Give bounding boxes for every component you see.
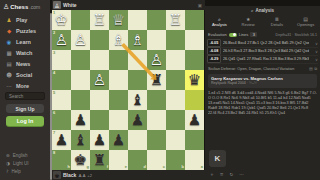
- square-b4[interactable]: [166, 70, 185, 90]
- evaluation-toggle[interactable]: [229, 33, 237, 37]
- magnifier-icon: ⌕: [251, 8, 254, 13]
- sidebar-item-label: News: [16, 61, 30, 67]
- white-r-piece[interactable]: ♖: [93, 11, 106, 29]
- square-e1[interactable]: ♕: [109, 10, 128, 30]
- square-d5[interactable]: ♝: [128, 90, 147, 110]
- rank-label: 8: [53, 151, 55, 155]
- square-f7[interactable]: ♟: [90, 130, 109, 150]
- file-label: d: [144, 165, 146, 169]
- black-b-piece[interactable]: ♝: [74, 131, 87, 149]
- sidebar-item-play[interactable]: ♟ Play: [0, 14, 50, 25]
- chevron-down-icon[interactable]: ∨: [315, 49, 318, 54]
- square-d1[interactable]: [128, 10, 147, 30]
- black-p-piece[interactable]: ♟: [131, 111, 144, 129]
- square-e8[interactable]: e: [109, 150, 128, 170]
- line-moves: 26.Bxc4 Bxc4 27.Bc1 Qc2 28.Qe4 Bd5 29.Qe…: [223, 41, 309, 45]
- tab-label: Review: [242, 23, 255, 27]
- white-player-name: White: [63, 2, 77, 8]
- tab-openings[interactable]: ▤ Openings: [291, 15, 320, 29]
- square-h5[interactable]: 5: [52, 90, 71, 110]
- black-r-piece[interactable]: ♜: [150, 71, 163, 89]
- file-label: h: [68, 165, 70, 169]
- square-d7[interactable]: [128, 130, 147, 150]
- white-q-piece[interactable]: ♕: [112, 11, 125, 29]
- square-d8[interactable]: d: [128, 150, 147, 170]
- opening-name-row[interactable]: Sicilian Defense: Open, Dragon, Classica…: [208, 65, 317, 72]
- top-player-bar: ♙ White ▣: [52, 0, 205, 10]
- file-label: a: [201, 165, 203, 169]
- square-h6[interactable]: 6: [52, 110, 71, 130]
- square-d3[interactable]: [128, 50, 147, 70]
- sidebar-item-label: Puzzles: [16, 28, 36, 34]
- help-link[interactable]: ? Help: [6, 168, 21, 175]
- file-label: g: [87, 165, 89, 169]
- chess-board: ♔1♖♕♖♙2♙♗♗3♙4♙♜♛5♝6♟♟♟♟7♝♟♟8h♚g♜fedcba: [52, 10, 204, 170]
- log-in-label: Log In: [17, 118, 34, 124]
- black-player-avatar[interactable]: ♚: [53, 171, 61, 179]
- black-p-piece[interactable]: ♟: [74, 111, 87, 129]
- black-r-piece[interactable]: ♜: [93, 151, 106, 169]
- square-g7[interactable]: ♝: [71, 130, 90, 150]
- tab-label: Details: [271, 23, 283, 27]
- sidebar-item-label: More: [16, 83, 29, 89]
- engine-info[interactable]: Depth=31 · Stockfish 16.1: [276, 33, 317, 37]
- eval-badge: -6.05: [207, 39, 221, 47]
- more-icon: ⋯: [6, 83, 12, 89]
- square-b8[interactable]: b: [166, 150, 185, 170]
- keyboard-shortcut-button[interactable]: K: [209, 150, 226, 167]
- white-p-piece[interactable]: ♙: [150, 51, 163, 69]
- watch-icon: ▦: [6, 50, 12, 56]
- language-label: English: [13, 153, 28, 158]
- reset-icon[interactable]: ↻: [230, 172, 234, 177]
- square-e2[interactable]: ♗: [109, 30, 128, 50]
- square-b6[interactable]: [166, 110, 185, 130]
- sidebar-item-label: Watch: [16, 50, 32, 56]
- tab-analysis[interactable]: ⌕ Analysis: [205, 15, 234, 29]
- line-moves: 26.h3 Rxc3 27.Bxc3 Bxc3 28.Qe3 Bd4 29.Qd…: [223, 49, 309, 53]
- chess-com-app: ♙ Chess .com ♟ Play ◆ Puzzles ◉ Learn ▦ …: [0, 0, 320, 180]
- sidebar-item-learn[interactable]: ◉ Learn: [0, 36, 50, 47]
- engine-line-3[interactable]: -6.29 26.Qd1 Qxd1 27.Rfxd1 Rxc3 28.Bxc3 …: [207, 55, 318, 64]
- rank-label: 3: [53, 51, 55, 55]
- line-moves: 26.Qd1 Qxd1 27.Rfxd1 Rxc3 28.Bxc3 Bxc3 2…: [223, 57, 309, 61]
- sign-up-button[interactable]: Sign Up: [6, 104, 44, 113]
- search-placeholder: Search: [9, 94, 23, 99]
- opening-name: Sicilian Defense: Open, Dragon, Classica…: [208, 67, 304, 71]
- square-g8[interactable]: ♚g: [71, 150, 90, 170]
- move-list[interactable]: 1.e4 c5 2.Nf3 d6 3.d4 cxd4 4.Nxd4 Nf6 5.…: [208, 91, 317, 133]
- white-b-piece[interactable]: ♗: [131, 31, 144, 49]
- logo-text: Chess: [10, 4, 28, 10]
- more-icon[interactable]: ⋯: [239, 172, 244, 177]
- black-player-name: Black: [63, 172, 76, 178]
- eval-badge: -6.29: [207, 55, 221, 63]
- file-label: c: [163, 165, 165, 169]
- bottom-player-bar: ♚ Black ♙ ♙ +2: [52, 170, 205, 180]
- evaluation-label: Evaluation: [208, 32, 227, 37]
- globe-icon: ⊕: [6, 153, 10, 158]
- logo-suffix: .com: [29, 4, 40, 10]
- white-k-piece[interactable]: ♔: [55, 11, 68, 29]
- pawn-icon: ♟: [6, 17, 12, 23]
- square-a4[interactable]: ♛: [185, 70, 204, 90]
- square-b7[interactable]: [166, 130, 185, 150]
- square-e5[interactable]: [109, 90, 128, 110]
- white-p-piece[interactable]: ♙: [93, 71, 106, 89]
- reference-game-event: Reykjavik Rapid 2004 · ½–½: [211, 81, 314, 86]
- social-icon: ☻: [6, 72, 12, 78]
- reference-game-card[interactable]: Garry Kasparov vs. Magnus Carlsen Reykja…: [208, 74, 317, 88]
- square-d2[interactable]: ♗: [128, 30, 147, 50]
- square-h8[interactable]: 8h: [52, 150, 71, 170]
- rank-label: 5: [53, 91, 55, 95]
- square-f6[interactable]: [90, 110, 109, 130]
- square-a6[interactable]: ♟: [185, 110, 204, 130]
- sidebar-item-watch[interactable]: ▦ Watch: [0, 47, 50, 58]
- file-label: e: [125, 165, 127, 169]
- news-icon: ▤: [6, 61, 12, 67]
- square-c4[interactable]: ♜: [147, 70, 166, 90]
- logo-pawn-icon: ♙: [3, 3, 9, 11]
- square-b3[interactable]: [166, 50, 185, 70]
- panel-toolbar: + ≡ ↻ ⋯: [210, 170, 315, 178]
- lines-label: Lines: [239, 32, 249, 37]
- square-a8[interactable]: a: [185, 150, 204, 170]
- square-h4[interactable]: 4: [52, 70, 71, 90]
- square-c1[interactable]: [147, 10, 166, 30]
- square-f4[interactable]: ♙: [90, 70, 109, 90]
- rank-label: 1: [53, 11, 55, 15]
- square-c5[interactable]: [147, 90, 166, 110]
- theme-label: Light UI: [13, 161, 29, 166]
- black-p-piece[interactable]: ♟: [93, 131, 106, 149]
- square-h2[interactable]: ♙2: [52, 30, 71, 50]
- board-options-icon[interactable]: ▣: [198, 3, 202, 8]
- sidebar: ♙ Chess .com ♟ Play ◆ Puzzles ◉ Learn ▦ …: [0, 0, 50, 180]
- rank-label: 4: [53, 71, 55, 75]
- chess-com-logo[interactable]: ♙ Chess .com: [3, 2, 40, 11]
- square-a7[interactable]: [185, 130, 204, 150]
- sidebar-item-social[interactable]: ☻ Social: [0, 69, 50, 80]
- square-e7[interactable]: ♟: [109, 130, 128, 150]
- square-h1[interactable]: ♔1: [52, 10, 71, 30]
- learn-icon: ◉: [6, 39, 12, 45]
- sign-up-label: Sign Up: [16, 106, 35, 112]
- rank-label: 2: [53, 31, 55, 35]
- black-b-piece[interactable]: ♝: [131, 91, 144, 109]
- square-e3[interactable]: [109, 50, 128, 70]
- square-c8[interactable]: c: [147, 150, 166, 170]
- white-p-piece[interactable]: ♙: [74, 31, 87, 49]
- square-g3[interactable]: [71, 50, 90, 70]
- puzzle-icon: ◆: [6, 28, 12, 34]
- lines-count[interactable]: 3: [250, 32, 257, 37]
- tab-review[interactable]: ★ Review: [234, 15, 263, 29]
- square-g5[interactable]: [71, 90, 90, 110]
- panel-tabs: ⌕ Analysis ★ Review ≣ Details ▤ Openings: [205, 15, 320, 29]
- square-b5[interactable]: [166, 90, 185, 110]
- theme-toggle[interactable]: ◑ Light UI: [6, 160, 28, 167]
- log-in-button[interactable]: Log In: [6, 116, 44, 126]
- captured-pieces: ♙ ♙: [78, 173, 85, 178]
- square-b1[interactable]: ♖: [166, 10, 185, 30]
- square-g6[interactable]: ♟: [71, 110, 90, 130]
- square-e4[interactable]: [109, 70, 128, 90]
- panel-header: ⌕ Analysis: [205, 7, 320, 14]
- sidebar-item-label: Social: [16, 72, 32, 78]
- square-a1[interactable]: [185, 10, 204, 30]
- white-b-piece[interactable]: ♗: [112, 31, 125, 49]
- square-a5[interactable]: [185, 90, 204, 110]
- black-k-piece[interactable]: ♚: [74, 151, 87, 169]
- black-p-piece[interactable]: ♟: [55, 131, 68, 149]
- square-f3[interactable]: [90, 50, 109, 70]
- tab-label: Openings: [297, 23, 314, 27]
- menu-icon[interactable]: ≡: [220, 172, 224, 177]
- chevron-down-icon[interactable]: ∨: [315, 41, 318, 46]
- white-player-avatar[interactable]: ♙: [53, 1, 61, 9]
- square-a3[interactable]: [185, 50, 204, 70]
- square-h7[interactable]: ♟7: [52, 130, 71, 150]
- add-icon[interactable]: +: [210, 172, 214, 177]
- sidebar-item-puzzles[interactable]: ◆ Puzzles: [0, 25, 50, 36]
- square-c2[interactable]: [147, 30, 166, 50]
- rank-label: 6: [53, 111, 55, 115]
- file-label: f: [107, 165, 108, 169]
- square-g2[interactable]: ♙: [71, 30, 90, 50]
- analysis-panel: ⌕ Analysis ⌕ Analysis ★ Review ≣ Details…: [205, 6, 320, 180]
- language-selector[interactable]: ⊕ English: [6, 152, 28, 159]
- theme-icon: ◑: [6, 161, 10, 166]
- square-h3[interactable]: 3: [52, 50, 71, 70]
- square-b2[interactable]: [166, 30, 185, 50]
- square-g1[interactable]: [71, 10, 90, 30]
- chevron-down-icon[interactable]: ∨: [315, 57, 318, 62]
- rank-label: 7: [53, 131, 55, 135]
- sidebar-item-label: Learn: [16, 39, 31, 45]
- tab-label: Analysis: [212, 23, 227, 27]
- square-c3[interactable]: ♙: [147, 50, 166, 70]
- black-p-piece[interactable]: ♟: [112, 131, 125, 149]
- black-q-piece[interactable]: ♛: [188, 71, 201, 89]
- engine-settings-row: Evaluation Lines 3 Depth=31 · Stockfish …: [208, 31, 317, 38]
- sidebar-item-news[interactable]: ▤ News: [0, 58, 50, 69]
- search-input[interactable]: Search: [5, 92, 45, 100]
- help-icon: ?: [6, 169, 8, 174]
- sidebar-item-more[interactable]: ⋯ More: [0, 80, 50, 91]
- square-c6[interactable]: [147, 110, 166, 130]
- square-e6[interactable]: [109, 110, 128, 130]
- help-label: Help: [11, 169, 20, 174]
- square-f1[interactable]: ♖: [90, 10, 109, 30]
- sidebar-item-label: Play: [16, 17, 27, 23]
- black-p-piece[interactable]: ♟: [188, 111, 201, 129]
- square-f5[interactable]: [90, 90, 109, 110]
- square-g4[interactable]: [71, 70, 90, 90]
- white-r-piece[interactable]: ♖: [169, 11, 182, 29]
- square-f8[interactable]: ♜f: [90, 150, 109, 170]
- square-c7[interactable]: [147, 130, 166, 150]
- eval-badge: -6.08: [207, 47, 221, 55]
- tab-details[interactable]: ≣ Details: [263, 15, 292, 29]
- square-d4[interactable]: [128, 70, 147, 90]
- square-f2[interactable]: [90, 30, 109, 50]
- material-advantage: +2: [87, 173, 92, 178]
- toggle-knob: [233, 33, 236, 36]
- square-a2[interactable]: [185, 30, 204, 50]
- panel-title: Analysis: [256, 8, 275, 13]
- square-d6[interactable]: ♟: [128, 110, 147, 130]
- file-label: b: [182, 165, 184, 169]
- white-p-piece[interactable]: ♙: [55, 31, 68, 49]
- book-icon[interactable]: ▤ ⧉: [309, 66, 317, 71]
